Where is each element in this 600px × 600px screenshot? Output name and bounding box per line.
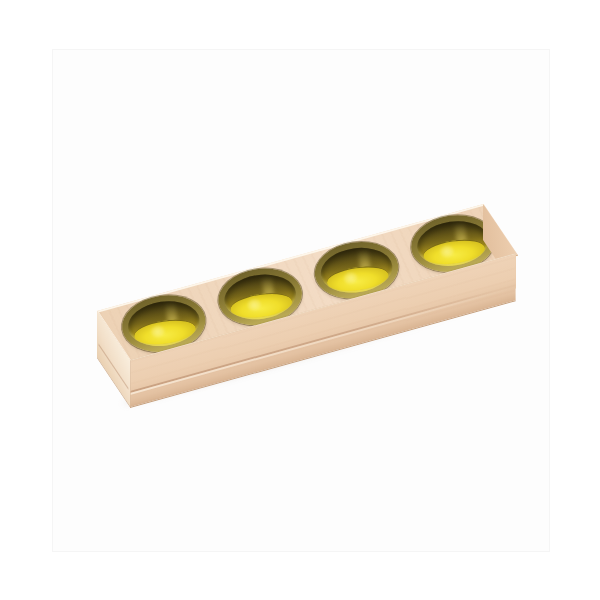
product-photo [0,0,600,600]
